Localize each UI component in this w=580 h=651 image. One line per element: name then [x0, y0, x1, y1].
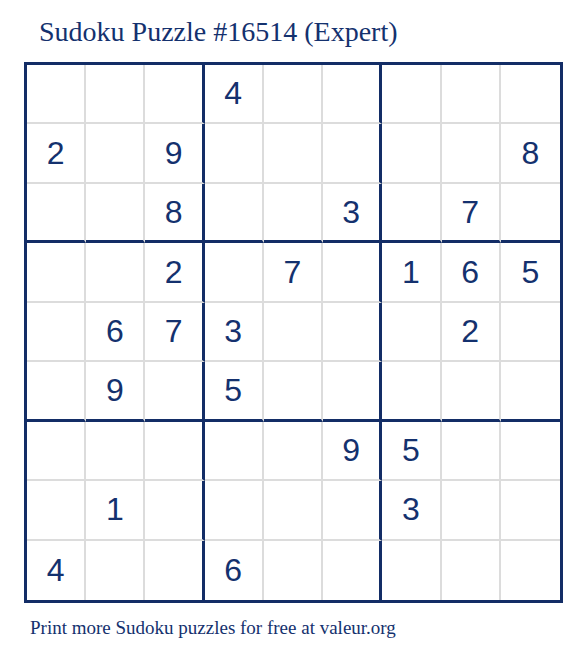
cell-r5c2[interactable]: 6 — [86, 303, 145, 362]
cell-r5c5[interactable] — [264, 303, 323, 362]
footer-text: Print more Sudoku puzzles for free at va… — [30, 615, 396, 641]
cell-r3c3[interactable]: 8 — [145, 184, 204, 243]
cell-r4c2[interactable] — [86, 243, 145, 302]
cell-r9c3[interactable] — [145, 541, 204, 600]
cell-r6c6[interactable] — [323, 362, 382, 421]
cell-r6c2[interactable]: 9 — [86, 362, 145, 421]
cell-r1c8[interactable] — [442, 65, 501, 124]
cell-r2c1[interactable]: 2 — [27, 124, 86, 183]
cell-r5c1[interactable] — [27, 303, 86, 362]
cell-r3c1[interactable] — [27, 184, 86, 243]
cell-r3c9[interactable] — [501, 184, 560, 243]
cell-r3c7[interactable] — [382, 184, 441, 243]
cell-r9c4[interactable]: 6 — [205, 541, 264, 600]
cell-r9c7[interactable] — [382, 541, 441, 600]
cell-r9c5[interactable] — [264, 541, 323, 600]
cell-r5c9[interactable] — [501, 303, 560, 362]
cell-r5c4[interactable]: 3 — [205, 303, 264, 362]
cell-r9c6[interactable] — [323, 541, 382, 600]
cell-r6c8[interactable] — [442, 362, 501, 421]
cell-r8c6[interactable] — [323, 481, 382, 540]
cell-r4c7[interactable]: 1 — [382, 243, 441, 302]
cell-r7c3[interactable] — [145, 422, 204, 481]
cell-r6c5[interactable] — [264, 362, 323, 421]
cell-r7c2[interactable] — [86, 422, 145, 481]
cell-r6c3[interactable] — [145, 362, 204, 421]
cell-r1c6[interactable] — [323, 65, 382, 124]
cell-r4c8[interactable]: 6 — [442, 243, 501, 302]
cell-r4c5[interactable]: 7 — [264, 243, 323, 302]
cell-r6c7[interactable] — [382, 362, 441, 421]
cell-r8c7[interactable]: 3 — [382, 481, 441, 540]
page-title: Sudoku Puzzle #16514 (Expert) — [39, 16, 398, 48]
cell-r1c3[interactable] — [145, 65, 204, 124]
cell-r8c1[interactable] — [27, 481, 86, 540]
cell-r7c9[interactable] — [501, 422, 560, 481]
cell-r9c2[interactable] — [86, 541, 145, 600]
cell-r1c5[interactable] — [264, 65, 323, 124]
cell-r7c5[interactable] — [264, 422, 323, 481]
cell-r5c8[interactable]: 2 — [442, 303, 501, 362]
cell-r1c4[interactable]: 4 — [205, 65, 264, 124]
cell-r7c6[interactable]: 9 — [323, 422, 382, 481]
cell-r2c8[interactable] — [442, 124, 501, 183]
cell-r5c6[interactable] — [323, 303, 382, 362]
cell-r2c7[interactable] — [382, 124, 441, 183]
cell-r4c4[interactable] — [205, 243, 264, 302]
cell-r8c4[interactable] — [205, 481, 264, 540]
cell-r4c6[interactable] — [323, 243, 382, 302]
cell-r7c7[interactable]: 5 — [382, 422, 441, 481]
cell-r9c8[interactable] — [442, 541, 501, 600]
cell-r2c3[interactable]: 9 — [145, 124, 204, 183]
cell-r2c5[interactable] — [264, 124, 323, 183]
cell-r8c5[interactable] — [264, 481, 323, 540]
cell-r9c1[interactable]: 4 — [27, 541, 86, 600]
cell-r6c4[interactable]: 5 — [205, 362, 264, 421]
cell-r2c4[interactable] — [205, 124, 264, 183]
cell-r7c4[interactable] — [205, 422, 264, 481]
cell-r7c8[interactable] — [442, 422, 501, 481]
cell-r2c6[interactable] — [323, 124, 382, 183]
cell-r1c7[interactable] — [382, 65, 441, 124]
cell-r2c9[interactable]: 8 — [501, 124, 560, 183]
cell-r2c2[interactable] — [86, 124, 145, 183]
cell-r3c5[interactable] — [264, 184, 323, 243]
cell-r3c8[interactable]: 7 — [442, 184, 501, 243]
cell-r3c2[interactable] — [86, 184, 145, 243]
cell-r8c3[interactable] — [145, 481, 204, 540]
cell-r8c2[interactable]: 1 — [86, 481, 145, 540]
cell-r1c2[interactable] — [86, 65, 145, 124]
cell-r4c9[interactable]: 5 — [501, 243, 560, 302]
sudoku-grid: 429883727165673295951346 — [24, 62, 563, 603]
cell-r8c8[interactable] — [442, 481, 501, 540]
cell-r8c9[interactable] — [501, 481, 560, 540]
cell-r3c6[interactable]: 3 — [323, 184, 382, 243]
cell-r9c9[interactable] — [501, 541, 560, 600]
cell-r1c9[interactable] — [501, 65, 560, 124]
cell-r6c1[interactable] — [27, 362, 86, 421]
cell-r5c7[interactable] — [382, 303, 441, 362]
cell-r4c3[interactable]: 2 — [145, 243, 204, 302]
cell-r6c9[interactable] — [501, 362, 560, 421]
cell-r1c1[interactable] — [27, 65, 86, 124]
cell-r4c1[interactable] — [27, 243, 86, 302]
cell-r5c3[interactable]: 7 — [145, 303, 204, 362]
cell-r3c4[interactable] — [205, 184, 264, 243]
cell-r7c1[interactable] — [27, 422, 86, 481]
